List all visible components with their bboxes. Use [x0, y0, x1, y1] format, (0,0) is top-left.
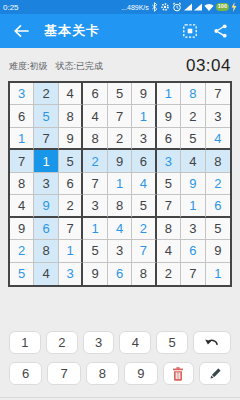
digit-button-2[interactable]: 2 — [46, 331, 78, 354]
sudoku-cell-r9c9[interactable]: 1 — [206, 263, 230, 285]
sudoku-app-screen: 0:25 ...489K/s 100 基本关卡 — [0, 0, 240, 400]
gear-icon — [160, 2, 170, 12]
difficulty-label: 难度:初级 — [9, 60, 48, 73]
sudoku-cell-r2c3[interactable]: 8 — [59, 105, 83, 127]
sudoku-cell-r2c9[interactable]: 3 — [206, 105, 230, 127]
sudoku-cell-r2c4[interactable]: 4 — [83, 105, 107, 127]
sudoku-cell-r3c8[interactable]: 5 — [181, 128, 205, 150]
digit-button-6[interactable]: 6 — [9, 362, 42, 385]
sudoku-cell-r7c6[interactable]: 2 — [132, 218, 156, 240]
sudoku-cell-r6c3[interactable]: 2 — [59, 195, 83, 217]
sudoku-cell-r1c4[interactable]: 6 — [83, 83, 107, 105]
pencil-icon — [208, 367, 222, 381]
sudoku-cell-r9c1[interactable]: 5 — [10, 263, 34, 285]
sudoku-cell-r5c3[interactable]: 6 — [59, 173, 83, 195]
sudoku-cell-r4c5[interactable]: 9 — [108, 150, 132, 172]
erase-button[interactable] — [163, 362, 195, 385]
sudoku-cell-r3c2[interactable]: 7 — [34, 128, 58, 150]
sudoku-cell-r1c7[interactable]: 1 — [157, 83, 181, 105]
alarm-icon — [172, 2, 182, 12]
sudoku-cell-r9c5[interactable]: 6 — [108, 263, 132, 285]
sudoku-cell-r9c6[interactable]: 8 — [132, 263, 156, 285]
sudoku-cell-r7c8[interactable]: 3 — [181, 218, 205, 240]
sudoku-cell-r9c4[interactable]: 9 — [83, 263, 107, 285]
sudoku-cell-r5c1[interactable]: 8 — [10, 173, 34, 195]
digit-button-8[interactable]: 8 — [86, 362, 119, 385]
sudoku-cell-r6c8[interactable]: 1 — [181, 195, 205, 217]
digit-button-7[interactable]: 7 — [47, 362, 80, 385]
digit-button-5[interactable]: 5 — [156, 331, 188, 354]
sudoku-cell-r4c4[interactable]: 2 — [83, 150, 107, 172]
share-icon — [214, 24, 227, 38]
bluetooth-icon — [151, 2, 158, 12]
app-bar: 基本关卡 — [0, 14, 240, 48]
sudoku-cell-r7c4[interactable]: 1 — [83, 218, 107, 240]
digit-button-4[interactable]: 4 — [119, 331, 151, 354]
level-grid-icon — [183, 24, 197, 38]
sudoku-cell-r5c6[interactable]: 4 — [132, 173, 156, 195]
trash-icon — [172, 367, 184, 381]
sudoku-cell-r2c1[interactable]: 6 — [10, 105, 34, 127]
sudoku-cell-r3c6[interactable]: 3 — [132, 128, 156, 150]
digit-buttons-row1: 12345 — [9, 331, 188, 354]
sudoku-cell-r1c2[interactable]: 2 — [34, 83, 58, 105]
back-button[interactable] — [13, 24, 29, 38]
digit-button-9[interactable]: 9 — [124, 362, 157, 385]
sudoku-cell-r8c9[interactable]: 9 — [206, 240, 230, 262]
sudoku-cell-r8c6[interactable]: 7 — [132, 240, 156, 262]
network-speed: ...489K/s — [121, 4, 149, 11]
sudoku-cell-r4c1[interactable]: 7 — [10, 150, 34, 172]
sudoku-cell-r5c2[interactable]: 3 — [34, 173, 58, 195]
signal-icon — [194, 3, 202, 11]
sudoku-cell-r9c3[interactable]: 3 — [59, 263, 83, 285]
sudoku-cell-r3c4[interactable]: 8 — [83, 128, 107, 150]
sudoku-cell-r6c1[interactable]: 4 — [10, 195, 34, 217]
sudoku-cell-r2c7[interactable]: 9 — [157, 105, 181, 127]
sudoku-cell-r8c3[interactable]: 1 — [59, 240, 83, 262]
sudoku-cell-r8c4[interactable]: 5 — [83, 240, 107, 262]
sudoku-cell-r4c9[interactable]: 8 — [206, 150, 230, 172]
sudoku-cell-r4c3[interactable]: 5 — [59, 150, 83, 172]
sudoku-cell-r1c6[interactable]: 9 — [132, 83, 156, 105]
digit-button-3[interactable]: 3 — [83, 331, 115, 354]
wifi-icon — [204, 3, 214, 11]
sudoku-cell-r9c8[interactable]: 7 — [181, 263, 205, 285]
sudoku-cell-r8c5[interactable]: 3 — [108, 240, 132, 262]
sudoku-cell-r5c9[interactable]: 2 — [206, 173, 230, 195]
page-title: 基本关卡 — [44, 22, 100, 40]
sudoku-cell-r1c5[interactable]: 5 — [108, 83, 132, 105]
status-bar: 0:25 ...489K/s 100 — [0, 0, 240, 14]
signal-icon — [184, 3, 192, 11]
sudoku-cell-r8c7[interactable]: 4 — [157, 240, 181, 262]
sudoku-cell-r8c1[interactable]: 2 — [10, 240, 34, 262]
sudoku-cell-r3c3[interactable]: 9 — [59, 128, 83, 150]
sudoku-cell-r4c2[interactable]: 1 — [34, 150, 58, 172]
sudoku-cell-r4c6[interactable]: 6 — [132, 150, 156, 172]
sudoku-cell-r8c2[interactable]: 8 — [34, 240, 58, 262]
sudoku-cell-r6c5[interactable]: 8 — [108, 195, 132, 217]
sudoku-cell-r7c2[interactable]: 6 — [34, 218, 58, 240]
sudoku-cell-r5c4[interactable]: 7 — [83, 173, 107, 195]
sudoku-cell-r7c3[interactable]: 7 — [59, 218, 83, 240]
digit-button-1[interactable]: 1 — [9, 331, 41, 354]
sudoku-cell-r5c5[interactable]: 1 — [108, 173, 132, 195]
sudoku-cell-r9c2[interactable]: 4 — [34, 263, 58, 285]
sudoku-cell-r1c8[interactable]: 8 — [181, 83, 205, 105]
sudoku-cell-r5c8[interactable]: 9 — [181, 173, 205, 195]
sudoku-cell-r7c7[interactable]: 8 — [157, 218, 181, 240]
number-pad: 12345 6789 — [9, 331, 231, 385]
sudoku-cell-r6c7[interactable]: 7 — [157, 195, 181, 217]
sudoku-cell-r4c7[interactable]: 3 — [157, 150, 181, 172]
sudoku-cell-r6c2[interactable]: 9 — [34, 195, 58, 217]
sudoku-cell-r2c2[interactable]: 5 — [34, 105, 58, 127]
sudoku-cell-r3c5[interactable]: 2 — [108, 128, 132, 150]
share-button[interactable] — [214, 24, 227, 38]
sudoku-cell-r7c5[interactable]: 4 — [108, 218, 132, 240]
sudoku-cell-r2c8[interactable]: 2 — [181, 105, 205, 127]
sudoku-cell-r7c9[interactable]: 5 — [206, 218, 230, 240]
charging-bolt-icon — [231, 2, 237, 12]
sudoku-cell-r3c1[interactable]: 1 — [10, 128, 34, 150]
sudoku-cell-r3c9[interactable]: 4 — [206, 128, 230, 150]
sudoku-cell-r8c8[interactable]: 6 — [181, 240, 205, 262]
sudoku-cell-r9c7[interactable]: 2 — [157, 263, 181, 285]
timer: 03:04 — [186, 56, 231, 76]
pencil-button[interactable] — [199, 362, 231, 385]
sudoku-cell-r2c5[interactable]: 7 — [108, 105, 132, 127]
undo-button[interactable] — [193, 331, 231, 354]
sudoku-cell-r6c4[interactable]: 3 — [83, 195, 107, 217]
sudoku-cell-r1c1[interactable]: 3 — [10, 83, 34, 105]
status-label: 状态:已完成 — [56, 60, 104, 73]
status-time: 0:25 — [3, 3, 19, 12]
sudoku-cell-r4c8[interactable]: 4 — [181, 150, 205, 172]
sudoku-cell-r1c3[interactable]: 4 — [59, 83, 83, 105]
sudoku-cell-r1c9[interactable]: 7 — [206, 83, 230, 105]
battery-icon: 100 — [216, 3, 229, 11]
back-arrow-icon — [13, 24, 29, 38]
sudoku-cell-r7c1[interactable]: 9 — [10, 218, 34, 240]
sudoku-board: 3246591876584719231798236547152963488367… — [8, 81, 232, 287]
sudoku-cell-r2c6[interactable]: 1 — [132, 105, 156, 127]
digit-buttons-row2: 6789 — [9, 362, 158, 385]
bottom-divider — [0, 397, 240, 398]
sudoku-cell-r5c7[interactable]: 5 — [157, 173, 181, 195]
info-bar: 难度:初级 状态:已完成 03:04 — [0, 48, 240, 76]
sudoku-cell-r6c6[interactable]: 5 — [132, 195, 156, 217]
sudoku-cell-r3c7[interactable]: 6 — [157, 128, 181, 150]
level-select-button[interactable] — [183, 24, 197, 38]
sudoku-cell-r6c9[interactable]: 6 — [206, 195, 230, 217]
undo-icon — [205, 338, 219, 348]
